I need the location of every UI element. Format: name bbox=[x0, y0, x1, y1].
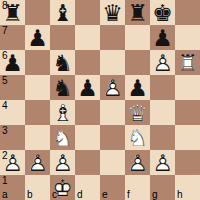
square-e2[interactable] bbox=[100, 150, 125, 175]
white-piece-outline: ♖ bbox=[175, 50, 200, 75]
square-c3[interactable]: ♞♘ bbox=[50, 125, 75, 150]
square-e6[interactable] bbox=[100, 50, 125, 75]
square-e4[interactable] bbox=[100, 100, 125, 125]
square-f1[interactable]: f bbox=[125, 175, 150, 200]
square-c5[interactable]: ♞ bbox=[50, 75, 75, 100]
white-piece-outline: ♘ bbox=[125, 125, 150, 150]
square-c8[interactable]: ♝ bbox=[50, 0, 75, 25]
square-d8[interactable] bbox=[75, 0, 100, 25]
square-c2[interactable]: ♟♙ bbox=[50, 150, 75, 175]
square-b7[interactable]: ♟ bbox=[25, 25, 50, 50]
square-c4[interactable]: ♝♗ bbox=[50, 100, 75, 125]
white-piece-outline: ♗ bbox=[50, 100, 75, 125]
white-piece-outline: ♕ bbox=[125, 100, 150, 125]
black-piece-glyph: ♟ bbox=[25, 25, 50, 50]
black-piece-glyph: ♞ bbox=[50, 75, 75, 100]
square-a5[interactable]: 5 bbox=[0, 75, 25, 100]
black-piece-glyph: ♞ bbox=[50, 50, 75, 75]
square-f6[interactable] bbox=[125, 50, 150, 75]
rank-label-5: 5 bbox=[2, 75, 8, 86]
square-h2[interactable] bbox=[175, 150, 200, 175]
square-h6[interactable]: ♜♖ bbox=[175, 50, 200, 75]
square-h1[interactable]: h bbox=[175, 175, 200, 200]
file-label-c: c bbox=[52, 189, 57, 200]
piece-bP-b7[interactable]: ♟ bbox=[25, 25, 50, 50]
rank-label-4: 4 bbox=[2, 100, 8, 111]
chess-diagram: 8♜♝♛♜♚7♟♟6♟♞♟♙♜♖5♞♟♟♙♟4♝♗♛♕3♞♘♞♘2♟♙♟♙♟♙♟… bbox=[0, 0, 200, 200]
file-label-f: f bbox=[127, 189, 130, 200]
file-label-a: a bbox=[2, 189, 8, 200]
rank-label-3: 3 bbox=[2, 125, 8, 136]
square-d1[interactable]: d bbox=[75, 175, 100, 200]
square-b4[interactable] bbox=[25, 100, 50, 125]
white-piece-outline: ♘ bbox=[50, 125, 75, 150]
square-f7[interactable] bbox=[125, 25, 150, 50]
black-piece-glyph: ♟ bbox=[150, 25, 175, 50]
square-d4[interactable] bbox=[75, 100, 100, 125]
piece-wQ-f4[interactable]: ♛♕ bbox=[125, 100, 150, 125]
piece-wP-b2[interactable]: ♟♙ bbox=[25, 150, 50, 175]
square-d3[interactable] bbox=[75, 125, 100, 150]
square-d5[interactable]: ♟ bbox=[75, 75, 100, 100]
rank-label-8: 8 bbox=[2, 0, 8, 11]
square-b5[interactable] bbox=[25, 75, 50, 100]
piece-bN-c6[interactable]: ♞ bbox=[50, 50, 75, 75]
square-h8[interactable] bbox=[175, 0, 200, 25]
file-label-g: g bbox=[152, 189, 158, 200]
black-piece-glyph: ♝ bbox=[50, 0, 75, 25]
white-piece-outline: ♙ bbox=[125, 150, 150, 175]
square-a2[interactable]: 2♟♙ bbox=[0, 150, 25, 175]
piece-bP-d5[interactable]: ♟ bbox=[75, 75, 100, 100]
square-a1[interactable]: 1a bbox=[0, 175, 25, 200]
square-e5[interactable]: ♟♙ bbox=[100, 75, 125, 100]
square-e3[interactable] bbox=[100, 125, 125, 150]
square-g5[interactable] bbox=[150, 75, 175, 100]
file-label-h: h bbox=[177, 189, 183, 200]
piece-wR-h6[interactable]: ♜♖ bbox=[175, 50, 200, 75]
white-piece-outline: ♙ bbox=[150, 50, 175, 75]
square-f3[interactable]: ♞♘ bbox=[125, 125, 150, 150]
file-label-b: b bbox=[27, 189, 33, 200]
square-b1[interactable]: b bbox=[25, 175, 50, 200]
piece-wP-e5[interactable]: ♟♙ bbox=[100, 75, 125, 100]
square-f4[interactable]: ♛♕ bbox=[125, 100, 150, 125]
square-b3[interactable] bbox=[25, 125, 50, 150]
piece-wP-f2[interactable]: ♟♙ bbox=[125, 150, 150, 175]
square-a4[interactable]: 4 bbox=[0, 100, 25, 125]
square-e1[interactable]: e bbox=[100, 175, 125, 200]
square-g3[interactable] bbox=[150, 125, 175, 150]
square-a7[interactable]: 7 bbox=[0, 25, 25, 50]
square-h5[interactable] bbox=[175, 75, 200, 100]
piece-wN-c3[interactable]: ♞♘ bbox=[50, 125, 75, 150]
piece-bB-c8[interactable]: ♝ bbox=[50, 0, 75, 25]
square-f2[interactable]: ♟♙ bbox=[125, 150, 150, 175]
chess-board: 8♜♝♛♜♚7♟♟6♟♞♟♙♜♖5♞♟♟♙♟4♝♗♛♕3♞♘♞♘2♟♙♟♙♟♙♟… bbox=[0, 0, 200, 200]
black-piece-glyph: ♜ bbox=[125, 0, 150, 25]
piece-bP-g7[interactable]: ♟ bbox=[150, 25, 175, 50]
square-h4[interactable] bbox=[175, 100, 200, 125]
square-g2[interactable]: ♟♙ bbox=[150, 150, 175, 175]
piece-wN-f3[interactable]: ♞♘ bbox=[125, 125, 150, 150]
square-a6[interactable]: 6♟ bbox=[0, 50, 25, 75]
piece-bR-f8[interactable]: ♜ bbox=[125, 0, 150, 25]
square-g8[interactable]: ♚ bbox=[150, 0, 175, 25]
rank-label-1: 1 bbox=[2, 175, 8, 186]
square-b2[interactable]: ♟♙ bbox=[25, 150, 50, 175]
piece-wP-g2[interactable]: ♟♙ bbox=[150, 150, 175, 175]
file-label-e: e bbox=[102, 189, 108, 200]
white-piece-outline: ♙ bbox=[50, 150, 75, 175]
square-g4[interactable] bbox=[150, 100, 175, 125]
white-piece-outline: ♙ bbox=[25, 150, 50, 175]
piece-wP-c2[interactable]: ♟♙ bbox=[50, 150, 75, 175]
file-label-d: d bbox=[77, 189, 83, 200]
rank-label-6: 6 bbox=[2, 50, 8, 61]
white-piece-outline: ♙ bbox=[150, 150, 175, 175]
square-c1[interactable]: c♚♔ bbox=[50, 175, 75, 200]
piece-bK-g8[interactable]: ♚ bbox=[150, 0, 175, 25]
square-d7[interactable] bbox=[75, 25, 100, 50]
white-piece-outline: ♙ bbox=[100, 75, 125, 100]
black-piece-glyph: ♚ bbox=[150, 0, 175, 25]
black-piece-glyph: ♟ bbox=[125, 75, 150, 100]
square-e7[interactable] bbox=[100, 25, 125, 50]
square-d6[interactable] bbox=[75, 50, 100, 75]
piece-bN-c5[interactable]: ♞ bbox=[50, 75, 75, 100]
rank-label-2: 2 bbox=[2, 150, 8, 161]
square-b8[interactable] bbox=[25, 0, 50, 25]
piece-wP-g6[interactable]: ♟♙ bbox=[150, 50, 175, 75]
square-f5[interactable]: ♟ bbox=[125, 75, 150, 100]
square-e8[interactable]: ♛ bbox=[100, 0, 125, 25]
piece-bQ-e8[interactable]: ♛ bbox=[100, 0, 125, 25]
square-b6[interactable] bbox=[25, 50, 50, 75]
rank-label-7: 7 bbox=[2, 25, 8, 36]
square-h3[interactable] bbox=[175, 125, 200, 150]
square-g7[interactable]: ♟ bbox=[150, 25, 175, 50]
square-a8[interactable]: 8♜ bbox=[0, 0, 25, 25]
square-c7[interactable] bbox=[50, 25, 75, 50]
square-c6[interactable]: ♞ bbox=[50, 50, 75, 75]
black-piece-glyph: ♛ bbox=[100, 0, 125, 25]
square-a3[interactable]: 3 bbox=[0, 125, 25, 150]
square-g1[interactable]: g bbox=[150, 175, 175, 200]
square-f8[interactable]: ♜ bbox=[125, 0, 150, 25]
square-h7[interactable] bbox=[175, 25, 200, 50]
black-piece-glyph: ♟ bbox=[75, 75, 100, 100]
piece-wB-c4[interactable]: ♝♗ bbox=[50, 100, 75, 125]
piece-bP-f5[interactable]: ♟ bbox=[125, 75, 150, 100]
square-d2[interactable] bbox=[75, 150, 100, 175]
square-g6[interactable]: ♟♙ bbox=[150, 50, 175, 75]
